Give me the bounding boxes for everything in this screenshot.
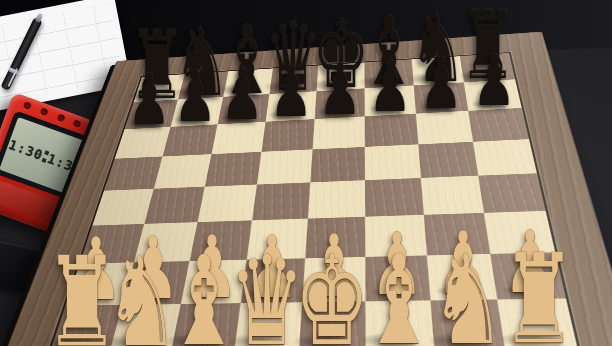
- piece-black-pawn-b7[interactable]: ♟: [174, 62, 217, 133]
- clock-button-icon[interactable]: [39, 107, 48, 116]
- square-g5[interactable]: [418, 142, 478, 178]
- square-c5[interactable]: [205, 152, 262, 187]
- square-f5[interactable]: [365, 144, 421, 180]
- clock-left-time: 1:30: [7, 137, 45, 163]
- square-e5[interactable]: [310, 147, 365, 183]
- square-h4[interactable]: [478, 173, 545, 213]
- square-g4[interactable]: [421, 176, 484, 215]
- piece-white-king-e1[interactable]: ♚: [295, 240, 371, 346]
- square-h5[interactable]: [473, 139, 537, 176]
- piece-black-pawn-e7[interactable]: ♟: [318, 54, 361, 125]
- piece-white-knight-g1[interactable]: ♞: [431, 239, 507, 346]
- clock-button-icon[interactable]: [23, 101, 32, 110]
- tournament-table-scene: ♜♞♝♛♚♝♞♜♟♟♟♟♟♟♟♟♟♟♟♟♟♟♟♟♜♞♝♛♚♝♞♜ 1:30 1:…: [0, 0, 612, 346]
- square-d5[interactable]: [257, 149, 313, 184]
- square-d4[interactable]: [252, 182, 310, 220]
- clock-button-icon[interactable]: [56, 113, 65, 122]
- piece-black-pawn-c7[interactable]: ♟: [221, 60, 264, 131]
- piece-white-rook-h1[interactable]: ♜: [502, 239, 578, 346]
- clock-button-icon[interactable]: [73, 120, 82, 129]
- square-b5[interactable]: [154, 154, 212, 189]
- piece-black-pawn-h7[interactable]: ♟: [472, 46, 515, 117]
- piece-white-knight-b1[interactable]: ♞: [104, 241, 180, 346]
- square-f4[interactable]: [365, 178, 424, 217]
- piece-black-pawn-g7[interactable]: ♟: [420, 49, 463, 120]
- piece-white-bishop-f1[interactable]: ♝: [362, 240, 438, 346]
- square-e4[interactable]: [308, 180, 365, 218]
- piece-black-pawn-a7[interactable]: ♟: [127, 65, 170, 136]
- piece-black-pawn-d7[interactable]: ♟: [269, 57, 312, 128]
- piece-black-pawn-f7[interactable]: ♟: [368, 52, 411, 123]
